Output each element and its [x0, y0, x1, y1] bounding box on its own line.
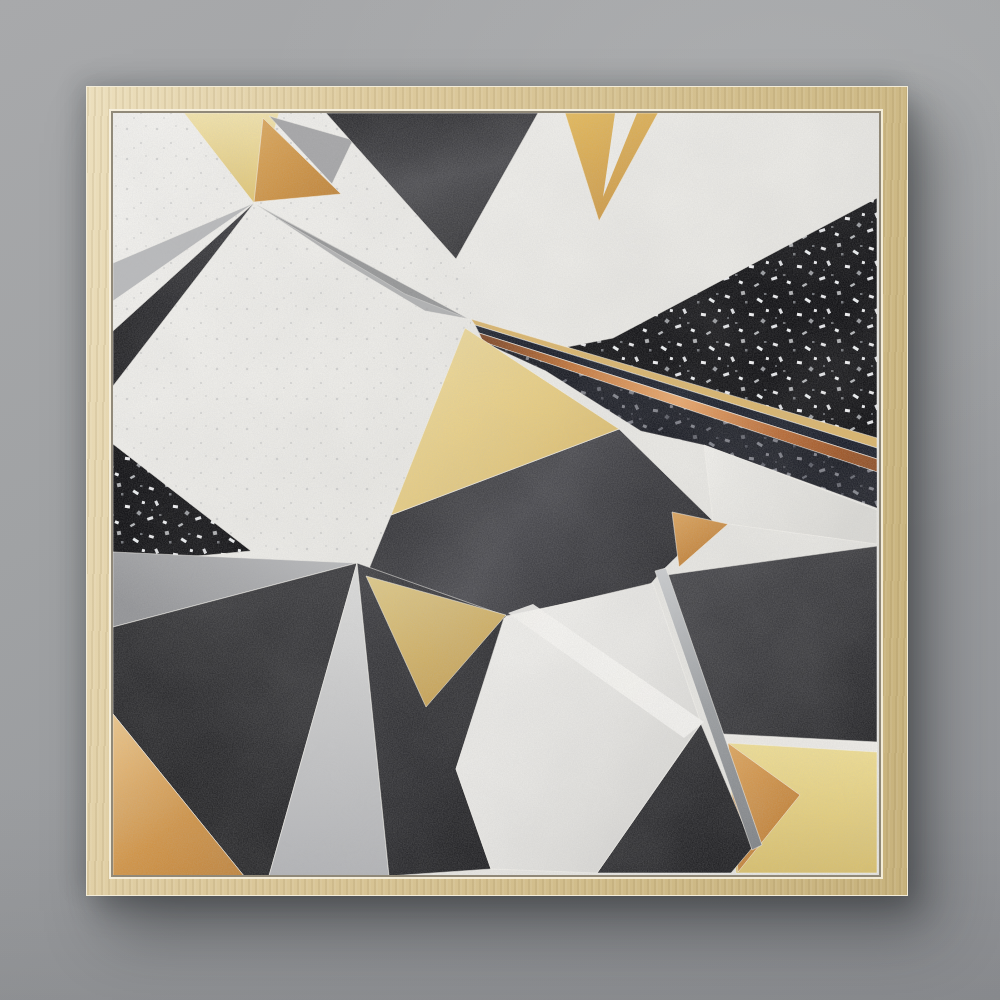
artwork-svg: [113, 113, 879, 875]
picture-frame: [86, 86, 908, 896]
texture-grain-overlay: [113, 113, 879, 875]
wall: [0, 0, 1000, 1000]
artwork-canvas: [113, 113, 879, 875]
